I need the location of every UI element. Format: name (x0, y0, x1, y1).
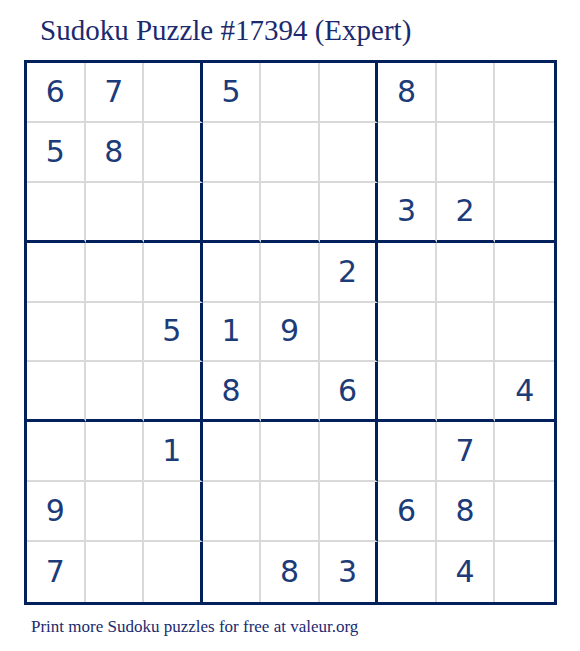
cell-r6c2[interactable] (86, 362, 145, 422)
cell-r5c5[interactable]: 9 (261, 303, 320, 363)
cell-r4c6[interactable]: 2 (320, 243, 379, 303)
cell-r8c1[interactable]: 9 (27, 482, 86, 542)
cell-r4c2[interactable] (86, 243, 145, 303)
cell-r4c3[interactable] (144, 243, 203, 303)
cell-r7c7[interactable] (378, 422, 437, 482)
cell-r6c6[interactable]: 6 (320, 362, 379, 422)
footer-note: Print more Sudoku puzzles for free at va… (31, 617, 358, 637)
cell-r4c7[interactable] (378, 243, 437, 303)
cell-r5c1[interactable] (27, 303, 86, 363)
cell-r2c4[interactable] (203, 123, 262, 183)
cell-r9c6[interactable]: 3 (320, 542, 379, 602)
cell-r3c6[interactable] (320, 183, 379, 243)
cell-r2c1[interactable]: 5 (27, 123, 86, 183)
cell-r6c9[interactable]: 4 (495, 362, 554, 422)
cell-r9c4[interactable] (203, 542, 262, 602)
cell-r2c6[interactable] (320, 123, 379, 183)
cell-r5c4[interactable]: 1 (203, 303, 262, 363)
cell-r6c7[interactable] (378, 362, 437, 422)
cell-r4c9[interactable] (495, 243, 554, 303)
cell-r8c9[interactable] (495, 482, 554, 542)
cell-r9c2[interactable] (86, 542, 145, 602)
cell-r4c8[interactable] (437, 243, 496, 303)
cell-r8c7[interactable]: 6 (378, 482, 437, 542)
cell-r7c9[interactable] (495, 422, 554, 482)
cell-r6c8[interactable] (437, 362, 496, 422)
cell-r3c4[interactable] (203, 183, 262, 243)
cell-r1c2[interactable]: 7 (86, 63, 145, 123)
cell-r3c7[interactable]: 3 (378, 183, 437, 243)
cell-r6c5[interactable] (261, 362, 320, 422)
cell-r5c2[interactable] (86, 303, 145, 363)
cell-r7c8[interactable]: 7 (437, 422, 496, 482)
cell-r7c6[interactable] (320, 422, 379, 482)
cell-r8c5[interactable] (261, 482, 320, 542)
cell-r8c8[interactable]: 8 (437, 482, 496, 542)
cell-r5c8[interactable] (437, 303, 496, 363)
cell-r3c9[interactable] (495, 183, 554, 243)
cell-r7c2[interactable] (86, 422, 145, 482)
cell-r9c7[interactable] (378, 542, 437, 602)
cell-r7c4[interactable] (203, 422, 262, 482)
cell-r1c4[interactable]: 5 (203, 63, 262, 123)
cell-r1c9[interactable] (495, 63, 554, 123)
cell-r8c2[interactable] (86, 482, 145, 542)
cell-r6c4[interactable]: 8 (203, 362, 262, 422)
cell-r9c8[interactable]: 4 (437, 542, 496, 602)
sudoku-grid: 675858322519864179687834 (24, 60, 557, 605)
cell-r9c9[interactable] (495, 542, 554, 602)
cell-r1c7[interactable]: 8 (378, 63, 437, 123)
cell-r1c3[interactable] (144, 63, 203, 123)
cell-r3c2[interactable] (86, 183, 145, 243)
cell-r7c3[interactable]: 1 (144, 422, 203, 482)
cell-r1c8[interactable] (437, 63, 496, 123)
cell-r5c9[interactable] (495, 303, 554, 363)
cell-r2c9[interactable] (495, 123, 554, 183)
cell-r1c1[interactable]: 6 (27, 63, 86, 123)
cell-r4c1[interactable] (27, 243, 86, 303)
cell-r9c1[interactable]: 7 (27, 542, 86, 602)
cell-r7c5[interactable] (261, 422, 320, 482)
cell-r3c5[interactable] (261, 183, 320, 243)
cell-r4c5[interactable] (261, 243, 320, 303)
cell-r8c3[interactable] (144, 482, 203, 542)
cell-r5c7[interactable] (378, 303, 437, 363)
cell-r3c3[interactable] (144, 183, 203, 243)
cell-r8c6[interactable] (320, 482, 379, 542)
cell-r1c6[interactable] (320, 63, 379, 123)
cell-r6c3[interactable] (144, 362, 203, 422)
cell-r9c5[interactable]: 8 (261, 542, 320, 602)
cell-r5c6[interactable] (320, 303, 379, 363)
cell-r9c3[interactable] (144, 542, 203, 602)
cell-r5c3[interactable]: 5 (144, 303, 203, 363)
cell-r1c5[interactable] (261, 63, 320, 123)
cell-r2c5[interactable] (261, 123, 320, 183)
page-title: Sudoku Puzzle #17394 (Expert) (40, 14, 411, 47)
cell-r2c7[interactable] (378, 123, 437, 183)
cell-r2c8[interactable] (437, 123, 496, 183)
cell-r2c3[interactable] (144, 123, 203, 183)
cell-r2c2[interactable]: 8 (86, 123, 145, 183)
cell-r7c1[interactable] (27, 422, 86, 482)
cell-r4c4[interactable] (203, 243, 262, 303)
cell-r3c1[interactable] (27, 183, 86, 243)
cell-r3c8[interactable]: 2 (437, 183, 496, 243)
cell-r8c4[interactable] (203, 482, 262, 542)
cell-r6c1[interactable] (27, 362, 86, 422)
